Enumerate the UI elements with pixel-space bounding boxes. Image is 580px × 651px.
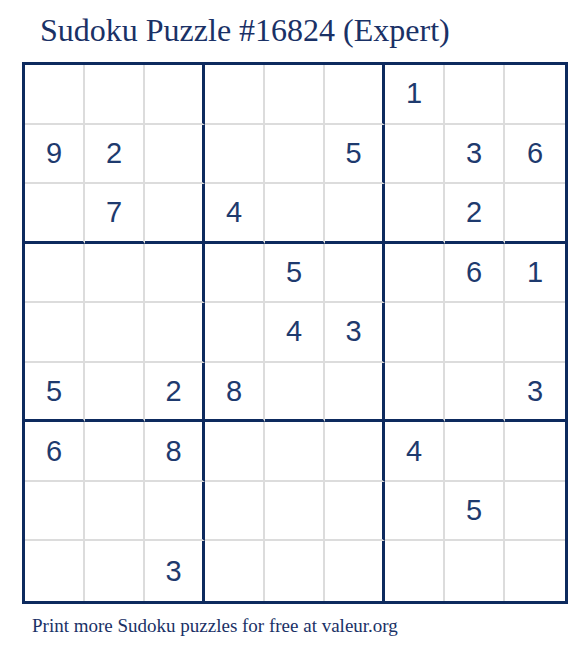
cell-r9c3: 3 (145, 541, 205, 601)
cell-r4c3 (145, 244, 205, 304)
cell-r3c7 (385, 184, 445, 244)
cell-r9c4 (205, 541, 265, 601)
cell-r7c8 (445, 422, 505, 482)
cell-r2c9: 6 (505, 125, 565, 185)
cell-r3c5 (265, 184, 325, 244)
cell-r2c5 (265, 125, 325, 185)
cell-r1c9 (505, 65, 565, 125)
cell-r4c4 (205, 244, 265, 304)
cell-r1c1 (25, 65, 85, 125)
cell-r9c1 (25, 541, 85, 601)
cell-r8c3 (145, 482, 205, 542)
cell-r8c9 (505, 482, 565, 542)
footer-text: Print more Sudoku puzzles for free at va… (32, 615, 398, 637)
cell-r4c2 (85, 244, 145, 304)
cell-r7c7: 4 (385, 422, 445, 482)
cell-r7c5 (265, 422, 325, 482)
sudoku-page: { "game": "sudoku", "title": "Sudoku Puz… (0, 0, 580, 651)
cell-r8c6 (325, 482, 385, 542)
cell-r6c2 (85, 363, 145, 423)
cell-r6c8 (445, 363, 505, 423)
cell-r1c7: 1 (385, 65, 445, 125)
cell-r6c9: 3 (505, 363, 565, 423)
cell-r1c2 (85, 65, 145, 125)
cell-r2c7 (385, 125, 445, 185)
cell-r8c5 (265, 482, 325, 542)
cell-r1c8 (445, 65, 505, 125)
cell-r5c7 (385, 303, 445, 363)
cell-r5c9 (505, 303, 565, 363)
cell-r6c4: 8 (205, 363, 265, 423)
cell-r9c7 (385, 541, 445, 601)
cell-r5c4 (205, 303, 265, 363)
cell-r2c4 (205, 125, 265, 185)
sudoku-board: 19253674256143528368453 (22, 62, 568, 604)
cell-r1c3 (145, 65, 205, 125)
cell-r7c1: 6 (25, 422, 85, 482)
cell-r3c2: 7 (85, 184, 145, 244)
cell-r3c8: 2 (445, 184, 505, 244)
cell-r4c1 (25, 244, 85, 304)
cell-r3c4: 4 (205, 184, 265, 244)
cell-r4c6 (325, 244, 385, 304)
cell-r8c1 (25, 482, 85, 542)
cell-r9c6 (325, 541, 385, 601)
cell-r6c7 (385, 363, 445, 423)
page-title: Sudoku Puzzle #16824 (Expert) (40, 11, 450, 49)
cell-r3c6 (325, 184, 385, 244)
cell-r5c2 (85, 303, 145, 363)
cell-r9c9 (505, 541, 565, 601)
cell-r1c4 (205, 65, 265, 125)
cell-r2c1: 9 (25, 125, 85, 185)
cell-r6c3: 2 (145, 363, 205, 423)
cell-r9c8 (445, 541, 505, 601)
cell-r7c6 (325, 422, 385, 482)
cell-r4c5: 5 (265, 244, 325, 304)
cell-r5c1 (25, 303, 85, 363)
cell-r5c6: 3 (325, 303, 385, 363)
cell-r3c9 (505, 184, 565, 244)
cell-r2c2: 2 (85, 125, 145, 185)
cell-r8c8: 5 (445, 482, 505, 542)
cell-r2c6: 5 (325, 125, 385, 185)
cell-r6c1: 5 (25, 363, 85, 423)
cell-r4c9: 1 (505, 244, 565, 304)
cell-r8c2 (85, 482, 145, 542)
cell-r3c3 (145, 184, 205, 244)
cell-r1c6 (325, 65, 385, 125)
cell-r9c2 (85, 541, 145, 601)
cell-r1c5 (265, 65, 325, 125)
cell-r5c5: 4 (265, 303, 325, 363)
cell-r5c8 (445, 303, 505, 363)
cell-r7c3: 8 (145, 422, 205, 482)
cell-r4c7 (385, 244, 445, 304)
cell-r8c7 (385, 482, 445, 542)
cell-r6c5 (265, 363, 325, 423)
cell-r7c9 (505, 422, 565, 482)
cell-r4c8: 6 (445, 244, 505, 304)
cell-r5c3 (145, 303, 205, 363)
cell-r2c3 (145, 125, 205, 185)
cell-r3c1 (25, 184, 85, 244)
cell-r9c5 (265, 541, 325, 601)
cell-r6c6 (325, 363, 385, 423)
cell-r7c4 (205, 422, 265, 482)
cell-r2c8: 3 (445, 125, 505, 185)
cell-r8c4 (205, 482, 265, 542)
cell-r7c2 (85, 422, 145, 482)
